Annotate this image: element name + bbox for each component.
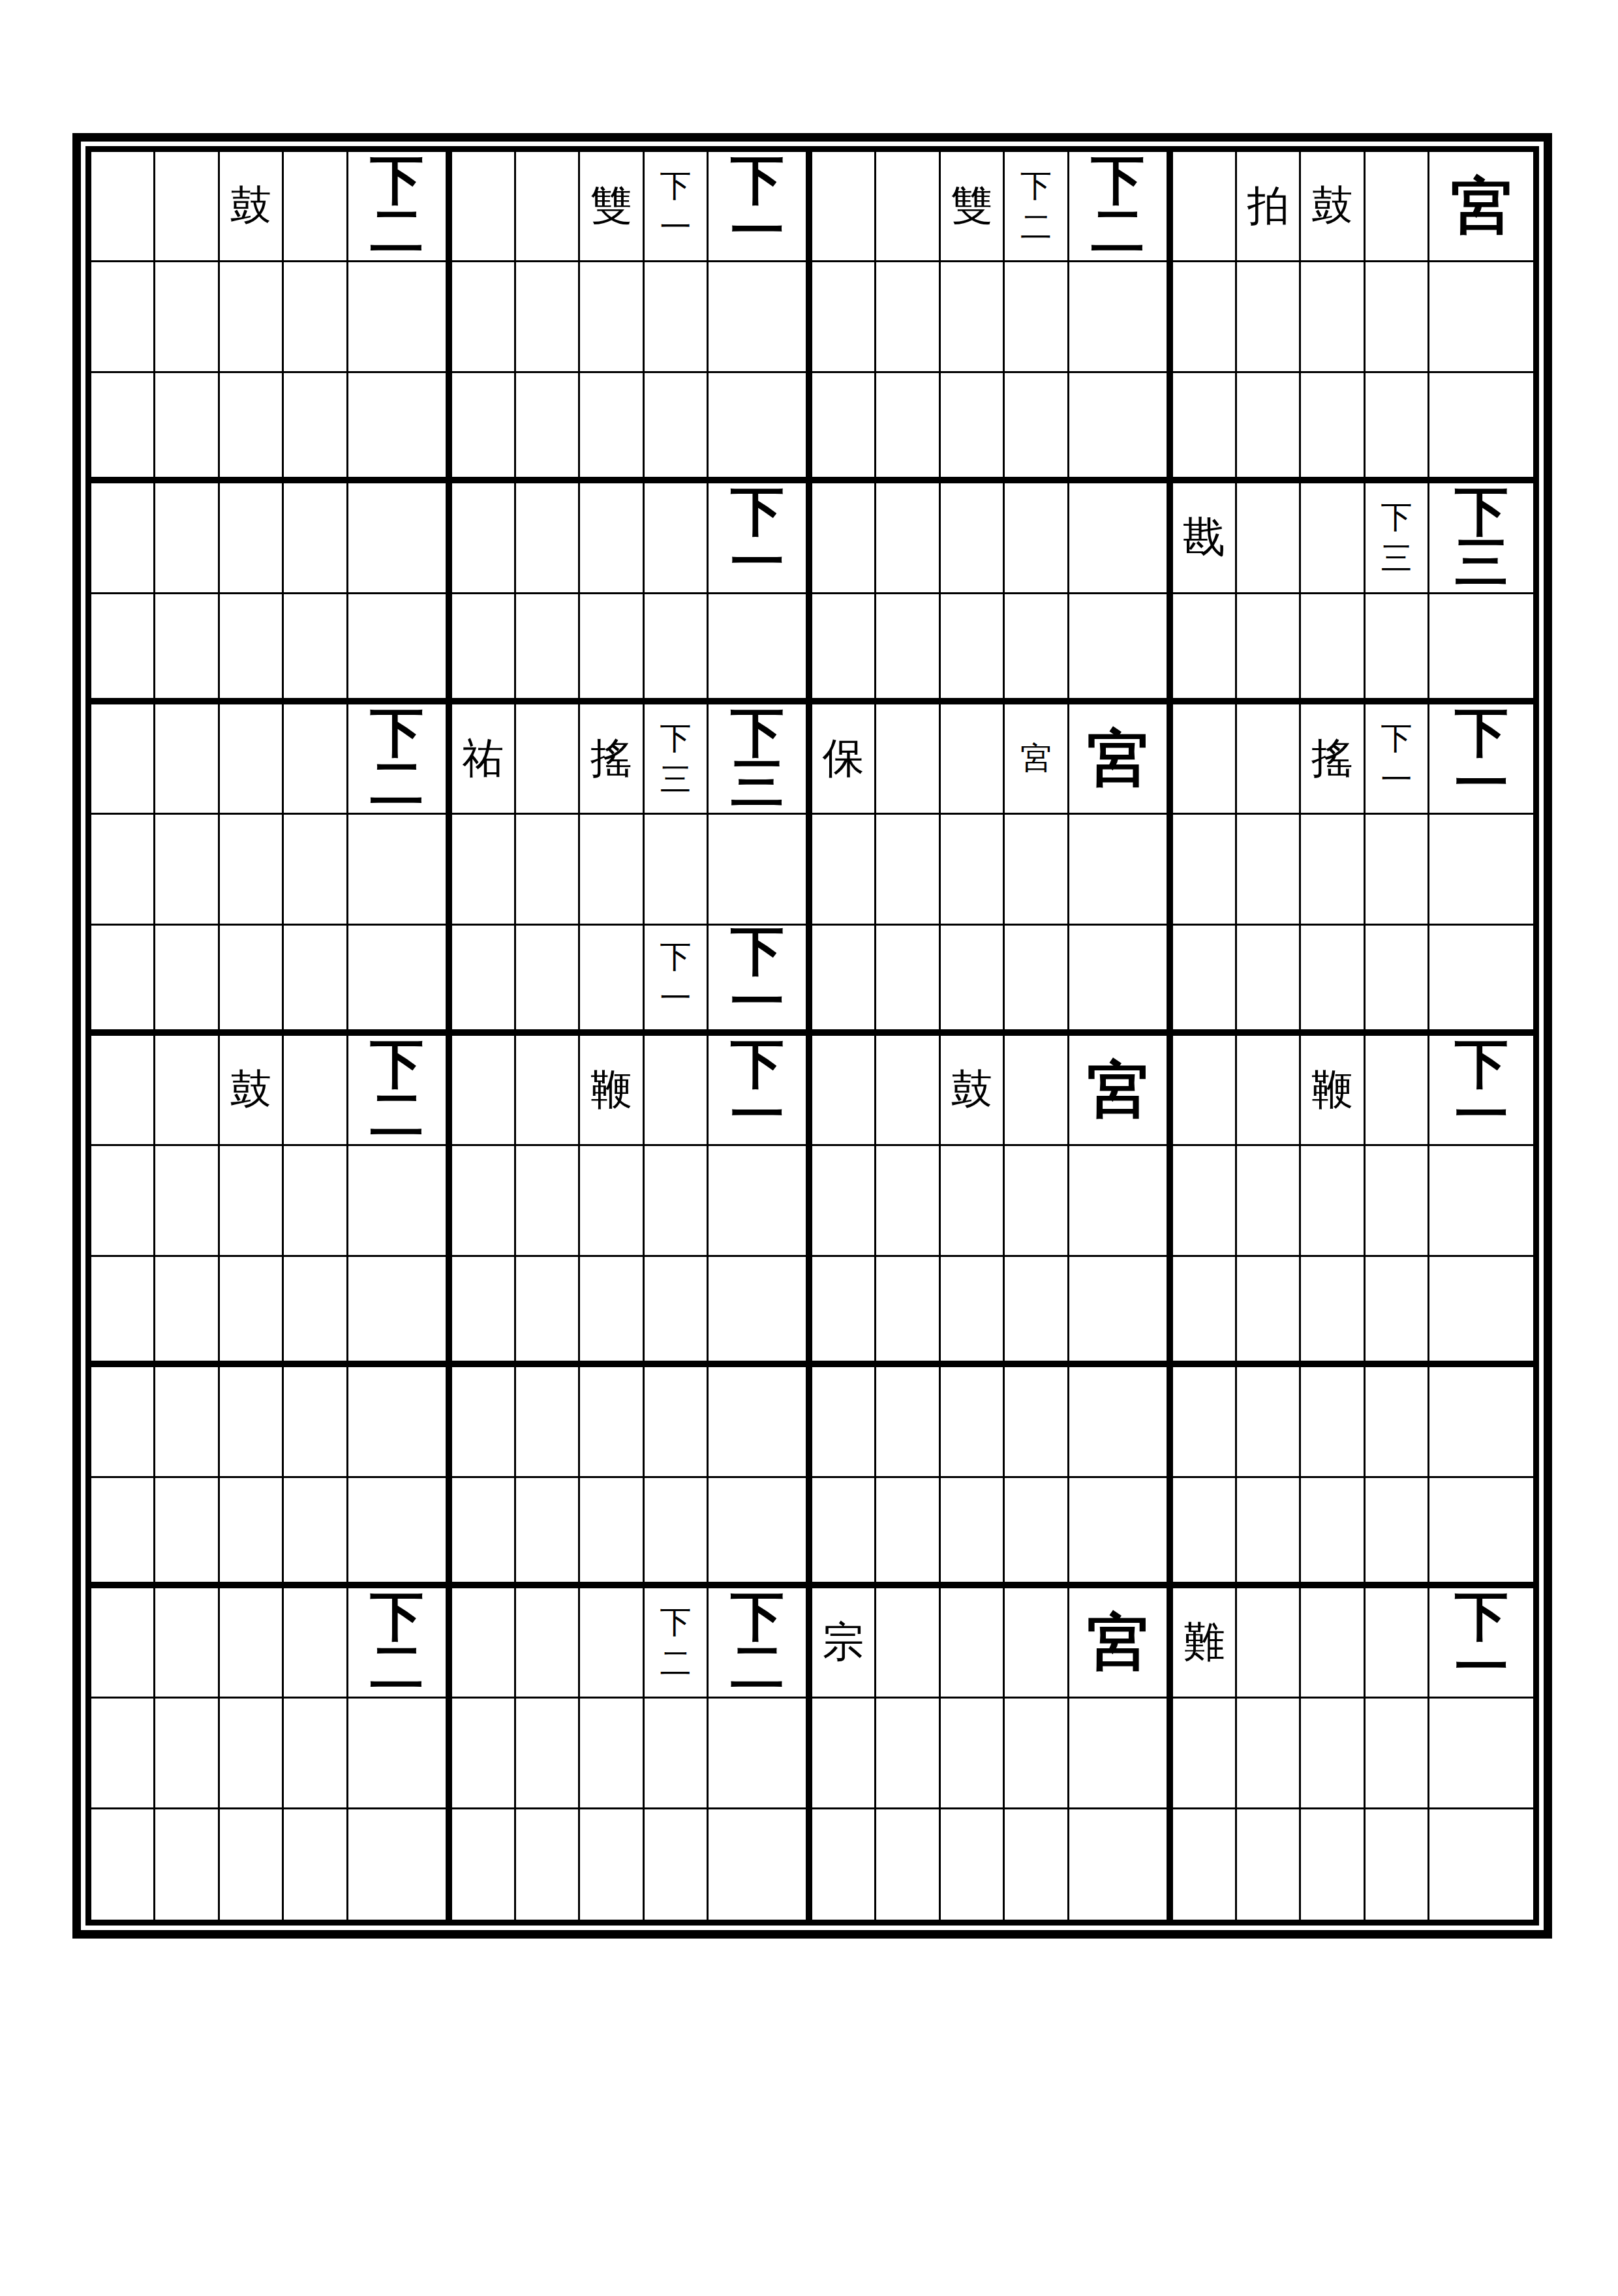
gan-cell-r11c19 <box>1429 1367 1533 1477</box>
gan-cell-r13c8: 下二 <box>645 1588 709 1699</box>
pitch-name-large: 下二 <box>370 708 423 809</box>
gan-cell-r10c6 <box>516 1257 580 1367</box>
gan-cell-r15c3 <box>284 1809 348 1920</box>
pitch-char: 二 <box>370 1642 423 1693</box>
gan-cell-r11c13 <box>1005 1367 1069 1477</box>
gan-cell-r4c15 <box>1173 594 1237 704</box>
gan-cell-r12c3 <box>284 1478 348 1588</box>
gan-cell-r7c17 <box>1301 926 1365 1036</box>
gan-cell-r2c17 <box>1301 373 1365 483</box>
gan-cell-r5c19: 下一 <box>1429 704 1533 815</box>
gan-cell-r6c1 <box>155 815 219 925</box>
pitch-char-stack: 下三 <box>1455 487 1508 588</box>
pitch-name-small: 下三 <box>1381 496 1412 579</box>
gan-cell-r5c15 <box>1173 704 1237 815</box>
gan-cell-r2c1 <box>155 373 219 483</box>
score-grid: 鼓下二雙下一下一雙下二下二拍鼓宮下一戡下三下三下二祐搖下三下三保宮宮搖下一下一下… <box>85 146 1539 1926</box>
pitch-char: 三 <box>1455 537 1508 588</box>
gan-cell-r6c12 <box>941 815 1005 925</box>
gan-cell-r11c5 <box>452 1367 516 1477</box>
gan-cell-r10c18 <box>1366 1257 1429 1367</box>
gan-cell-r15c13 <box>1005 1809 1069 1920</box>
pitch-char: 下 <box>1381 717 1412 759</box>
gan-cell-r5c3 <box>284 704 348 815</box>
gan-cell-r12c7 <box>580 1478 644 1588</box>
pitch-char: 下 <box>1381 496 1412 537</box>
gan-cell-r12c17 <box>1301 1478 1365 1588</box>
lyric-syllable: 戡 <box>1183 517 1225 558</box>
gan-cell-r6c11 <box>876 815 940 925</box>
gan-cell-r0c8: 下一 <box>645 152 709 262</box>
gan-cell-r12c11 <box>876 1478 940 1588</box>
gan-cell-r3c8 <box>645 483 709 594</box>
gan-cell-r11c11 <box>876 1367 940 1477</box>
gan-cell-r1c0 <box>91 262 155 372</box>
pitch-char: 下 <box>731 487 784 537</box>
gan-cell-r0c16: 拍 <box>1237 152 1301 262</box>
gan-cell-r0c7: 雙 <box>580 152 644 262</box>
gan-cell-r11c14 <box>1069 1367 1173 1477</box>
page: { "game": "jeongganbo (Korean court-musi… <box>0 0 1618 2296</box>
gan-cell-r6c9 <box>709 815 812 925</box>
pitch-char: 下 <box>731 1039 784 1090</box>
gan-cell-r12c14 <box>1069 1478 1173 1588</box>
gan-cell-r13c14: 宮 <box>1069 1588 1173 1699</box>
gan-cell-r1c17 <box>1301 262 1365 372</box>
gan-cell-r8c11 <box>876 1036 940 1146</box>
pitch-char-stack: 下二 <box>370 1039 423 1141</box>
gan-cell-r3c7 <box>580 483 644 594</box>
gan-cell-r8c17: 鞭 <box>1301 1036 1365 1146</box>
gan-cell-r13c5 <box>452 1588 516 1699</box>
gan-cell-r1c1 <box>155 262 219 372</box>
gan-cell-r6c15 <box>1173 815 1237 925</box>
gan-cell-r6c13 <box>1005 815 1069 925</box>
gan-cell-r10c13 <box>1005 1257 1069 1367</box>
gan-cell-r10c11 <box>876 1257 940 1367</box>
pitch-name-large: 下一 <box>731 926 784 1028</box>
gan-cell-r4c8 <box>645 594 709 704</box>
gan-cell-r0c4: 下二 <box>348 152 452 262</box>
gan-cell-r15c5 <box>452 1809 516 1920</box>
pitch-name-large: 下一 <box>731 155 784 257</box>
pitch-char: 一 <box>731 977 784 1028</box>
gan-cell-r10c1 <box>155 1257 219 1367</box>
gan-cell-r12c6 <box>516 1478 580 1588</box>
gan-cell-r7c2 <box>220 926 284 1036</box>
gan-cell-r8c15 <box>1173 1036 1237 1146</box>
percussion-symbol: 雙 <box>951 185 993 227</box>
pitch-name-large: 下一 <box>1455 1592 1508 1693</box>
gan-cell-r12c12 <box>941 1478 1005 1588</box>
gan-cell-r14c7 <box>580 1699 644 1809</box>
gan-cell-r3c5 <box>452 483 516 594</box>
gan-cell-r12c2 <box>220 1478 284 1588</box>
pitch-char-stack: 下一 <box>660 936 692 1019</box>
pitch-char: 下 <box>660 1601 692 1642</box>
gan-cell-r5c11 <box>876 704 940 815</box>
pitch-char: 二 <box>1091 206 1144 257</box>
gan-cell-r9c15 <box>1173 1146 1237 1256</box>
gan-cell-r11c12 <box>941 1367 1005 1477</box>
pitch-name-small: 下一 <box>660 936 692 1019</box>
gan-cell-r15c6 <box>516 1809 580 1920</box>
pitch-name-large: 宮 <box>1087 1059 1148 1121</box>
gan-cell-r0c1 <box>155 152 219 262</box>
gan-cell-r1c2 <box>220 262 284 372</box>
pitch-char-stack: 下一 <box>731 487 784 588</box>
percussion-symbol: 鼓 <box>230 185 272 227</box>
gan-cell-r2c18 <box>1366 373 1429 483</box>
pitch-char-stack: 下二 <box>370 155 423 257</box>
gan-cell-r15c10 <box>812 1809 876 1920</box>
gan-cell-r12c8 <box>645 1478 709 1588</box>
gan-cell-r14c13 <box>1005 1699 1069 1809</box>
gan-cell-r6c7 <box>580 815 644 925</box>
gan-cell-r10c8 <box>645 1257 709 1367</box>
gan-cell-r10c17 <box>1301 1257 1365 1367</box>
gan-cell-r2c14 <box>1069 373 1173 483</box>
gan-cell-r11c15 <box>1173 1367 1237 1477</box>
pitch-char-stack: 下三 <box>731 708 784 809</box>
pitch-name-large: 下三 <box>731 708 784 809</box>
pitch-name-small: 下二 <box>660 1601 692 1684</box>
gan-cell-r4c13 <box>1005 594 1069 704</box>
gan-cell-r15c8 <box>645 1809 709 1920</box>
pitch-char: 宮 <box>1451 175 1512 237</box>
gan-cell-r0c5 <box>452 152 516 262</box>
pitch-char: 下 <box>1455 1039 1508 1090</box>
gan-cell-r13c6 <box>516 1588 580 1699</box>
gan-cell-r15c2 <box>220 1809 284 1920</box>
pitch-char-stack: 下一 <box>731 155 784 257</box>
gan-cell-r15c11 <box>876 1809 940 1920</box>
gan-cell-r11c1 <box>155 1367 219 1477</box>
gan-cell-r7c4 <box>348 926 452 1036</box>
gan-cell-r3c14 <box>1069 483 1173 594</box>
lyric-syllable: 祐 <box>462 738 504 779</box>
percussion-symbol: 鼓 <box>951 1069 993 1111</box>
lyric-syllable: 難 <box>1183 1622 1225 1663</box>
gan-cell-r4c16 <box>1237 594 1301 704</box>
gan-cell-r2c7 <box>580 373 644 483</box>
gan-cell-r11c4 <box>348 1367 452 1477</box>
gan-cell-r13c0 <box>91 1588 155 1699</box>
gan-cell-r11c2 <box>220 1367 284 1477</box>
pitch-char-stack: 宮 <box>1020 738 1052 779</box>
pitch-name-large: 宮 <box>1087 728 1148 789</box>
gan-cell-r7c9: 下一 <box>709 926 812 1036</box>
gan-cell-r7c18 <box>1366 926 1429 1036</box>
gan-cell-r7c19 <box>1429 926 1533 1036</box>
pitch-char-stack: 下一 <box>660 165 692 248</box>
gan-cell-r4c14 <box>1069 594 1173 704</box>
gan-cell-r1c3 <box>284 262 348 372</box>
gan-cell-r10c19 <box>1429 1257 1533 1367</box>
gan-cell-r2c2 <box>220 373 284 483</box>
gan-cell-r9c4 <box>348 1146 452 1256</box>
pitch-name-large: 下二 <box>370 155 423 257</box>
gan-cell-r15c1 <box>155 1809 219 1920</box>
gan-cell-r15c0 <box>91 1809 155 1920</box>
gan-cell-r2c9 <box>709 373 812 483</box>
gan-cell-r13c9: 下二 <box>709 1588 812 1699</box>
lyric-syllable: 保 <box>823 738 864 779</box>
gan-cell-r14c12 <box>941 1699 1005 1809</box>
gan-cell-r4c9 <box>709 594 812 704</box>
gan-cell-r7c1 <box>155 926 219 1036</box>
gan-cell-r1c14 <box>1069 262 1173 372</box>
gan-cell-r3c2 <box>220 483 284 594</box>
gan-cell-r4c4 <box>348 594 452 704</box>
gan-cell-r8c9: 下一 <box>709 1036 812 1146</box>
gan-cell-r2c10 <box>812 373 876 483</box>
pitch-name-small: 下一 <box>660 165 692 248</box>
gan-cell-r4c7 <box>580 594 644 704</box>
gan-cell-r6c4 <box>348 815 452 925</box>
gan-cell-r7c12 <box>941 926 1005 1036</box>
gan-cell-r2c11 <box>876 373 940 483</box>
gan-cell-r8c4: 下二 <box>348 1036 452 1146</box>
pitch-char: 一 <box>660 206 692 247</box>
gan-cell-r9c9 <box>709 1146 812 1256</box>
gan-cell-r1c6 <box>516 262 580 372</box>
gan-cell-r8c12: 鼓 <box>941 1036 1005 1146</box>
pitch-name-large: 下二 <box>731 1592 784 1693</box>
gan-cell-r5c16 <box>1237 704 1301 815</box>
gan-cell-r2c8 <box>645 373 709 483</box>
pitch-char-stack: 下一 <box>1455 1592 1508 1693</box>
gan-cell-r10c15 <box>1173 1257 1237 1367</box>
gan-cell-r0c11 <box>876 152 940 262</box>
gan-cell-r6c0 <box>91 815 155 925</box>
gan-cell-r14c14 <box>1069 1699 1173 1809</box>
gan-cell-r7c6 <box>516 926 580 1036</box>
gan-cell-r3c10 <box>812 483 876 594</box>
pitch-name-large: 下一 <box>1455 1039 1508 1141</box>
gan-cell-r4c2 <box>220 594 284 704</box>
percussion-symbol: 拍 <box>1247 185 1289 227</box>
gan-cell-r1c5 <box>452 262 516 372</box>
gan-cell-r14c6 <box>516 1699 580 1809</box>
gan-cell-r3c3 <box>284 483 348 594</box>
gan-cell-r15c12 <box>941 1809 1005 1920</box>
gan-cell-r5c18: 下一 <box>1366 704 1429 815</box>
pitch-char: 下 <box>1020 165 1052 206</box>
gan-cell-r14c15 <box>1173 1699 1237 1809</box>
pitch-char: 下 <box>731 1592 784 1642</box>
gan-cell-r8c3 <box>284 1036 348 1146</box>
gan-cell-r4c3 <box>284 594 348 704</box>
gan-cell-r14c5 <box>452 1699 516 1809</box>
gan-cell-r2c12 <box>941 373 1005 483</box>
gan-cell-r12c16 <box>1237 1478 1301 1588</box>
gan-cell-r8c7: 鞭 <box>580 1036 644 1146</box>
gan-cell-r4c1 <box>155 594 219 704</box>
gan-cell-r4c6 <box>516 594 580 704</box>
gan-cell-r2c3 <box>284 373 348 483</box>
pitch-name-large: 下二 <box>370 1039 423 1141</box>
gan-cell-r3c0 <box>91 483 155 594</box>
gan-cell-r7c15 <box>1173 926 1237 1036</box>
gan-cell-r5c6 <box>516 704 580 815</box>
gan-cell-r15c7 <box>580 1809 644 1920</box>
gan-cell-r3c13 <box>1005 483 1069 594</box>
gan-cell-r15c14 <box>1069 1809 1173 1920</box>
gan-cell-r14c1 <box>155 1699 219 1809</box>
gan-cell-r3c17 <box>1301 483 1365 594</box>
gan-cell-r5c10: 保 <box>812 704 876 815</box>
gan-cell-r7c5 <box>452 926 516 1036</box>
pitch-char: 一 <box>1455 1642 1508 1693</box>
pitch-char: 二 <box>1020 206 1052 247</box>
gan-cell-r13c7 <box>580 1588 644 1699</box>
pitch-char: 二 <box>660 1642 692 1684</box>
pitch-char-stack: 下二 <box>731 1592 784 1693</box>
gan-cell-r7c8: 下一 <box>645 926 709 1036</box>
gan-cell-r3c19: 下三 <box>1429 483 1533 594</box>
gan-cell-r14c8 <box>645 1699 709 1809</box>
gan-cell-r4c10 <box>812 594 876 704</box>
pitch-char-stack: 下二 <box>660 1601 692 1684</box>
gan-cell-r14c11 <box>876 1699 940 1809</box>
gan-cell-r3c6 <box>516 483 580 594</box>
percussion-symbol: 搖 <box>1311 738 1353 779</box>
gan-cell-r1c9 <box>709 262 812 372</box>
pitch-char: 三 <box>1381 537 1412 579</box>
gan-cell-r12c13 <box>1005 1478 1069 1588</box>
gan-cell-r14c9 <box>709 1699 812 1809</box>
gan-cell-r2c19 <box>1429 373 1533 483</box>
pitch-char: 宮 <box>1087 728 1148 789</box>
gan-cell-r8c0 <box>91 1036 155 1146</box>
gan-cell-r1c8 <box>645 262 709 372</box>
gan-cell-r4c19 <box>1429 594 1533 704</box>
pitch-char: 二 <box>370 1090 423 1141</box>
gan-cell-r9c12 <box>941 1146 1005 1256</box>
gan-cell-r7c0 <box>91 926 155 1036</box>
gan-cell-r2c16 <box>1237 373 1301 483</box>
gan-cell-r0c15 <box>1173 152 1237 262</box>
gan-cell-r10c10 <box>812 1257 876 1367</box>
gan-cell-r10c5 <box>452 1257 516 1367</box>
gan-cell-r1c7 <box>580 262 644 372</box>
gan-cell-r10c12 <box>941 1257 1005 1367</box>
gan-cell-r8c6 <box>516 1036 580 1146</box>
gan-cell-r14c16 <box>1237 1699 1301 1809</box>
percussion-symbol: 鼓 <box>230 1069 272 1111</box>
gan-cell-r14c17 <box>1301 1699 1365 1809</box>
gan-cell-r4c12 <box>941 594 1005 704</box>
gan-cell-r1c19 <box>1429 262 1533 372</box>
pitch-char-stack: 下二 <box>1020 165 1052 248</box>
gan-cell-r10c4 <box>348 1257 452 1367</box>
pitch-name-large: 下一 <box>1455 708 1508 809</box>
gan-cell-r15c18 <box>1366 1809 1429 1920</box>
lyric-syllable: 宗 <box>823 1622 864 1663</box>
gan-cell-r10c2 <box>220 1257 284 1367</box>
gan-cell-r8c2: 鼓 <box>220 1036 284 1146</box>
gan-cell-r1c15 <box>1173 262 1237 372</box>
gan-cell-r12c19 <box>1429 1478 1533 1588</box>
gan-cell-r6c10 <box>812 815 876 925</box>
gan-cell-r4c11 <box>876 594 940 704</box>
gan-cell-r4c17 <box>1301 594 1365 704</box>
gan-cell-r14c4 <box>348 1699 452 1809</box>
gan-cell-r7c10 <box>812 926 876 1036</box>
gan-cell-r14c2 <box>220 1699 284 1809</box>
gan-cell-r5c14: 宮 <box>1069 704 1173 815</box>
pitch-char: 下 <box>1091 155 1144 206</box>
gan-cell-r1c13 <box>1005 262 1069 372</box>
gan-cell-r1c18 <box>1366 262 1429 372</box>
pitch-char-stack: 下二 <box>370 1592 423 1693</box>
gan-cell-r3c11 <box>876 483 940 594</box>
gan-cell-r0c12: 雙 <box>941 152 1005 262</box>
gan-cell-r13c10: 宗 <box>812 1588 876 1699</box>
gan-cell-r3c9: 下一 <box>709 483 812 594</box>
pitch-char: 下 <box>731 926 784 977</box>
gan-cell-r10c14 <box>1069 1257 1173 1367</box>
score-frame: 鼓下二雙下一下一雙下二下二拍鼓宮下一戡下三下三下二祐搖下三下三保宮宮搖下一下一下… <box>72 133 1552 1939</box>
gan-cell-r0c2: 鼓 <box>220 152 284 262</box>
pitch-char: 下 <box>1455 1592 1508 1642</box>
gan-cell-r15c16 <box>1237 1809 1301 1920</box>
gan-cell-r8c19: 下一 <box>1429 1036 1533 1146</box>
gan-cell-r9c2 <box>220 1146 284 1256</box>
gan-cell-r14c0 <box>91 1699 155 1809</box>
gan-cell-r3c16 <box>1237 483 1301 594</box>
gan-cell-r11c16 <box>1237 1367 1301 1477</box>
pitch-name-small: 宮 <box>1020 738 1052 779</box>
pitch-char-stack: 下一 <box>1455 1039 1508 1141</box>
gan-cell-r5c17: 搖 <box>1301 704 1365 815</box>
pitch-name-large: 下二 <box>1091 155 1144 257</box>
gan-cell-r6c19 <box>1429 815 1533 925</box>
gan-cell-r0c3 <box>284 152 348 262</box>
gan-cell-r9c18 <box>1366 1146 1429 1256</box>
pitch-char-stack: 宮 <box>1087 728 1148 789</box>
pitch-char: 下 <box>370 1592 423 1642</box>
gan-cell-r13c3 <box>284 1588 348 1699</box>
pitch-char-stack: 下一 <box>731 1039 784 1141</box>
gan-cell-r7c11 <box>876 926 940 1036</box>
gan-cell-r8c18 <box>1366 1036 1429 1146</box>
gan-cell-r3c18: 下三 <box>1366 483 1429 594</box>
gan-cell-r3c15: 戡 <box>1173 483 1237 594</box>
gan-cell-r9c11 <box>876 1146 940 1256</box>
pitch-char: 一 <box>1455 759 1508 809</box>
gan-cell-r6c5 <box>452 815 516 925</box>
pitch-char: 宮 <box>1087 1612 1148 1673</box>
gan-cell-r6c8 <box>645 815 709 925</box>
pitch-char-stack: 宮 <box>1451 175 1512 237</box>
gan-cell-r4c18 <box>1366 594 1429 704</box>
gan-cell-r2c15 <box>1173 373 1237 483</box>
pitch-char-stack: 下一 <box>731 926 784 1028</box>
gan-cell-r7c3 <box>284 926 348 1036</box>
pitch-name-large: 下一 <box>731 1039 784 1141</box>
gan-cell-r7c7 <box>580 926 644 1036</box>
gan-cell-r5c9: 下三 <box>709 704 812 815</box>
pitch-char: 下 <box>1455 487 1508 537</box>
gan-cell-r9c8 <box>645 1146 709 1256</box>
gan-cell-r13c18 <box>1366 1588 1429 1699</box>
gan-cell-r15c19 <box>1429 1809 1533 1920</box>
gan-cell-r11c7 <box>580 1367 644 1477</box>
gan-cell-r10c3 <box>284 1257 348 1367</box>
gan-cell-r5c12 <box>941 704 1005 815</box>
